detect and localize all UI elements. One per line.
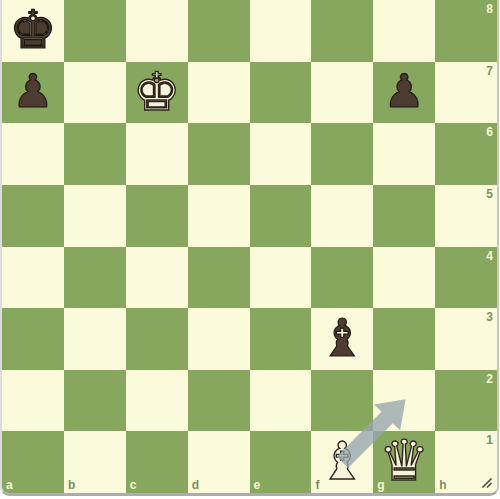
square-g3[interactable] — [373, 308, 435, 370]
board-resize-handle[interactable] — [480, 476, 493, 489]
coord-file-d: d — [192, 479, 199, 491]
coord-rank-7: 7 — [486, 65, 493, 77]
square-h3[interactable]: 3 — [435, 308, 497, 370]
square-a5[interactable] — [2, 185, 64, 247]
square-e2[interactable] — [250, 370, 312, 432]
square-c7[interactable]: ♚ — [126, 62, 188, 124]
square-c1[interactable]: c — [126, 431, 188, 493]
square-b2[interactable] — [64, 370, 126, 432]
piece-black-pawn-a7[interactable]: ♟ — [12, 68, 53, 114]
coord-rank-2: 2 — [486, 373, 493, 385]
square-d2[interactable] — [188, 370, 250, 432]
piece-black-king-a8[interactable]: ♚ — [9, 3, 57, 56]
square-g7[interactable]: ♟ — [373, 62, 435, 124]
chess-app: ♚8♟♚♟7654♝32abcdef♝g♛h1 — [0, 0, 500, 499]
square-g4[interactable] — [373, 247, 435, 309]
square-b8[interactable] — [64, 0, 126, 62]
piece-black-bishop-f3[interactable]: ♝ — [319, 312, 366, 364]
square-h7[interactable]: 7 — [435, 62, 497, 124]
square-a7[interactable]: ♟ — [2, 62, 64, 124]
square-d6[interactable] — [188, 123, 250, 185]
square-b6[interactable] — [64, 123, 126, 185]
square-g8[interactable] — [373, 0, 435, 62]
coord-rank-1: 1 — [486, 434, 493, 446]
resize-grip-line — [487, 483, 492, 488]
coord-file-a: a — [6, 479, 13, 491]
square-h6[interactable]: 6 — [435, 123, 497, 185]
square-e4[interactable] — [250, 247, 312, 309]
square-d5[interactable] — [188, 185, 250, 247]
chess-board-frame: ♚8♟♚♟7654♝32abcdef♝g♛h1 — [0, 0, 499, 496]
piece-black-pawn-g7[interactable]: ♟ — [384, 68, 425, 114]
square-a3[interactable] — [2, 308, 64, 370]
chess-board: ♚8♟♚♟7654♝32abcdef♝g♛h1 — [2, 0, 497, 493]
piece-white-king-c7[interactable]: ♚ — [133, 65, 181, 118]
coord-file-e: e — [254, 479, 261, 491]
piece-white-bishop-f1[interactable]: ♝ — [319, 435, 366, 487]
square-h2[interactable]: 2 — [435, 370, 497, 432]
square-a6[interactable] — [2, 123, 64, 185]
square-c2[interactable] — [126, 370, 188, 432]
square-b4[interactable] — [64, 247, 126, 309]
square-a2[interactable] — [2, 370, 64, 432]
square-f1[interactable]: f♝ — [311, 431, 373, 493]
coord-rank-3: 3 — [486, 311, 493, 323]
square-c3[interactable] — [126, 308, 188, 370]
coord-rank-5: 5 — [486, 188, 493, 200]
square-b3[interactable] — [64, 308, 126, 370]
square-f6[interactable] — [311, 123, 373, 185]
square-c8[interactable] — [126, 0, 188, 62]
coord-file-c: c — [130, 479, 137, 491]
square-b1[interactable]: b — [64, 431, 126, 493]
square-g6[interactable] — [373, 123, 435, 185]
square-c4[interactable] — [126, 247, 188, 309]
square-e8[interactable] — [250, 0, 312, 62]
square-d7[interactable] — [188, 62, 250, 124]
coord-rank-4: 4 — [486, 250, 493, 262]
square-c6[interactable] — [126, 123, 188, 185]
square-f5[interactable] — [311, 185, 373, 247]
square-d1[interactable]: d — [188, 431, 250, 493]
square-d8[interactable] — [188, 0, 250, 62]
resize-grip-line — [483, 479, 492, 488]
square-f3[interactable]: ♝ — [311, 308, 373, 370]
square-e1[interactable]: e — [250, 431, 312, 493]
coord-file-b: b — [68, 479, 75, 491]
square-g2[interactable] — [373, 370, 435, 432]
square-a1[interactable]: a — [2, 431, 64, 493]
piece-white-queen-g1[interactable]: ♛ — [379, 433, 429, 489]
square-d3[interactable] — [188, 308, 250, 370]
square-e5[interactable] — [250, 185, 312, 247]
coord-rank-8: 8 — [486, 3, 493, 15]
square-g5[interactable] — [373, 185, 435, 247]
square-e6[interactable] — [250, 123, 312, 185]
square-f7[interactable] — [311, 62, 373, 124]
square-b7[interactable] — [64, 62, 126, 124]
coord-file-h: h — [439, 479, 446, 491]
coord-rank-6: 6 — [486, 126, 493, 138]
square-e7[interactable] — [250, 62, 312, 124]
square-e3[interactable] — [250, 308, 312, 370]
square-b5[interactable] — [64, 185, 126, 247]
square-g1[interactable]: g♛ — [373, 431, 435, 493]
square-h5[interactable]: 5 — [435, 185, 497, 247]
square-h8[interactable]: 8 — [435, 0, 497, 62]
square-f2[interactable] — [311, 370, 373, 432]
square-c5[interactable] — [126, 185, 188, 247]
square-f4[interactable] — [311, 247, 373, 309]
square-a4[interactable] — [2, 247, 64, 309]
square-h4[interactable]: 4 — [435, 247, 497, 309]
square-f8[interactable] — [311, 0, 373, 62]
square-a8[interactable]: ♚ — [2, 0, 64, 62]
square-d4[interactable] — [188, 247, 250, 309]
